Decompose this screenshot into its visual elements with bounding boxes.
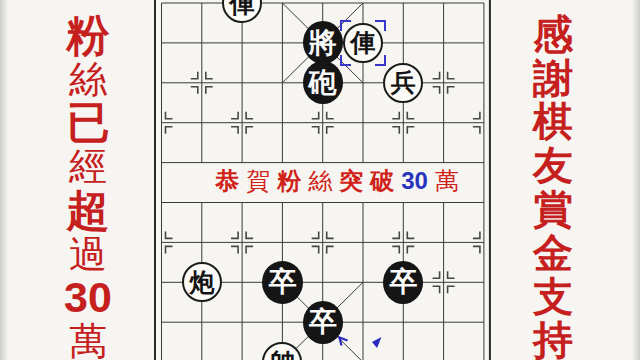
caption-char: 30 <box>64 276 112 319</box>
piece-red-帥[interactable]: 帥 <box>262 342 302 360</box>
piece-disc: 砲 <box>303 61 343 104</box>
caption-char: 萬 <box>69 322 107 360</box>
piece-disc: 炮 <box>182 262 222 302</box>
caption-char: 棋 <box>533 101 573 141</box>
piece-disc: 兵 <box>383 63 423 103</box>
caption-char: 賞 <box>533 189 573 229</box>
caption-char: 超 <box>67 189 110 232</box>
caption-char: 已 <box>67 101 110 144</box>
piece-red-兵[interactable]: 兵 <box>383 63 423 103</box>
left-caption: 粉絲已經超過30萬 <box>53 14 123 360</box>
caption-char: 支 <box>533 276 573 316</box>
piece-black-卒[interactable]: 卒 <box>262 262 302 302</box>
piece-disc: 帥 <box>262 342 302 360</box>
piece-black-卒[interactable]: 卒 <box>383 262 423 302</box>
piece-disc: 卒 <box>303 301 343 344</box>
piece-black-卒[interactable]: 卒 <box>303 302 343 342</box>
caption-char: 經 <box>69 147 107 185</box>
piece-disc: 俥 <box>343 23 383 63</box>
piece-black-砲[interactable]: 砲 <box>303 63 343 103</box>
piece-disc: 卒 <box>262 261 302 304</box>
piece-red-俥[interactable]: 俥 <box>343 23 383 63</box>
piece-disc: 將 <box>303 21 343 64</box>
piece-disc: 俥 <box>222 0 262 23</box>
caption-char: 過 <box>69 235 107 273</box>
caption-char: 友 <box>533 145 573 185</box>
piece-black-將[interactable]: 將 <box>303 23 343 63</box>
caption-char: 金 <box>533 233 573 273</box>
caption-char: 謝 <box>533 58 573 98</box>
caption-char: 粉 <box>67 14 110 57</box>
piece-disc: 卒 <box>383 261 423 304</box>
right-caption: 感謝棋友賞金支持 <box>518 14 588 360</box>
caption-char: 絲 <box>69 60 107 98</box>
board-grid: 俥將俥砲兵炮卒卒卒帥 <box>141 0 504 360</box>
piece-red-炮[interactable]: 炮 <box>182 262 222 302</box>
caption-char: 持 <box>533 320 573 360</box>
caption-char: 感 <box>533 14 573 54</box>
piece-red-俥[interactable]: 俥 <box>222 0 262 23</box>
